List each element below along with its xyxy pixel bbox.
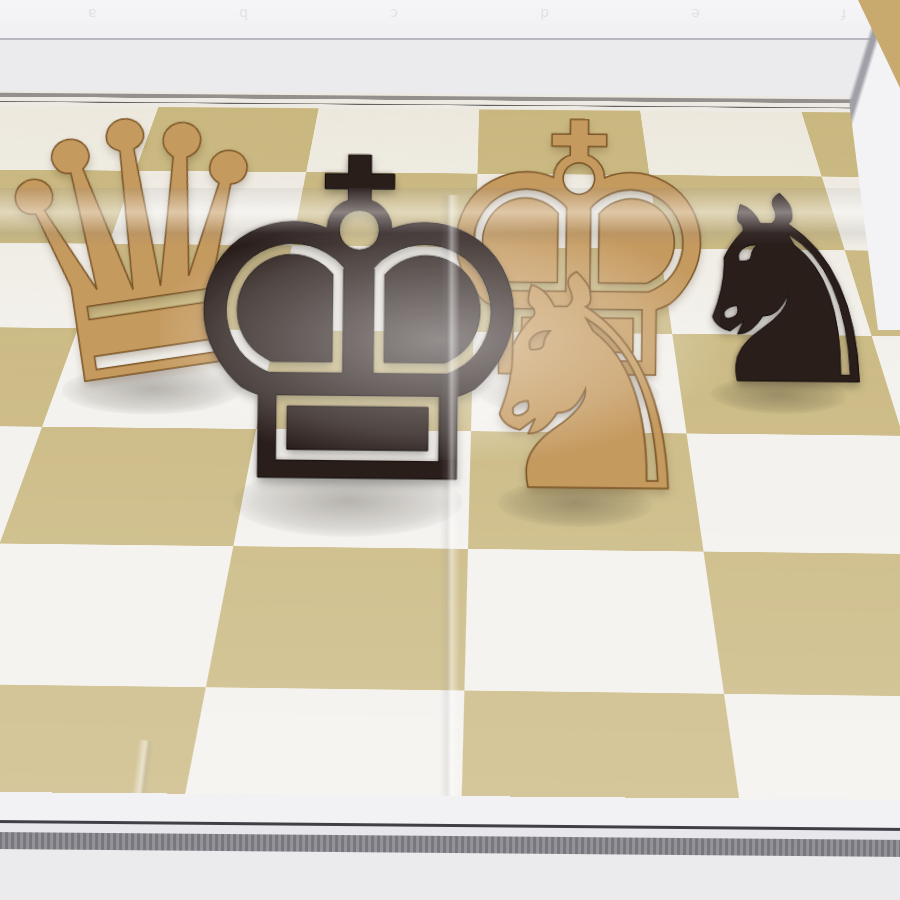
file-label-d: d: [540, 6, 549, 22]
chessboard-photo-scene: ♛♚♞♚♞ abcdef 87: [0, 0, 900, 900]
pieces-layer: ♛♚♞♚♞: [0, 90, 900, 900]
floor-area: [0, 849, 900, 900]
board-far-margin: abcdef: [0, 0, 900, 40]
file-label-c: c: [390, 6, 398, 22]
board-mat: ♛♚♞♚♞: [0, 90, 900, 900]
file-label-a: a: [88, 6, 97, 22]
white-knight[interactable]: ♞: [450, 269, 718, 502]
file-label-e: e: [691, 6, 700, 22]
board-near-margin: [0, 792, 900, 900]
chess-board: ♛♚♞♚♞: [0, 90, 900, 900]
file-label-b: b: [239, 6, 248, 22]
